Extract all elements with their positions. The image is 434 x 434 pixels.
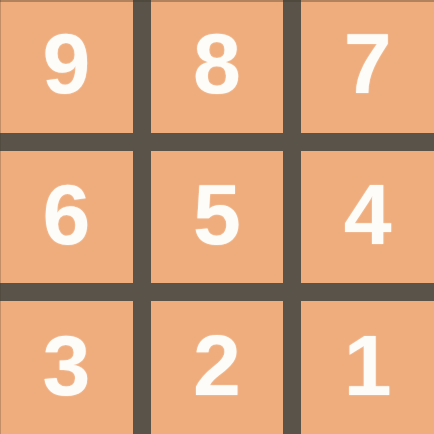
grid-cell-r0c1[interactable]: 8 (151, 0, 284, 133)
grid-cell-r2c2[interactable]: 1 (301, 301, 434, 434)
grid-cell-r1c0[interactable]: 6 (0, 151, 133, 284)
grid-cell-r2c0[interactable]: 3 (0, 301, 133, 434)
cell-digit: 8 (193, 20, 241, 106)
grid-cell-r0c0[interactable]: 9 (0, 0, 133, 133)
cell-digit: 4 (344, 171, 392, 257)
puzzle-board: 9 8 7 6 5 4 3 2 1 (0, 0, 434, 434)
cell-digit: 9 (42, 20, 90, 106)
cell-digit: 6 (42, 171, 90, 257)
cell-digit: 2 (193, 322, 241, 408)
cell-digit: 7 (344, 20, 392, 106)
cell-digit: 5 (193, 171, 241, 257)
grid-cell-r1c2[interactable]: 4 (301, 151, 434, 284)
grid-cell-r0c2[interactable]: 7 (301, 0, 434, 133)
cell-digit: 1 (344, 322, 392, 408)
cell-digit: 3 (42, 322, 90, 408)
grid-cell-r2c1[interactable]: 2 (151, 301, 284, 434)
grid-cell-r1c1[interactable]: 5 (151, 151, 284, 284)
